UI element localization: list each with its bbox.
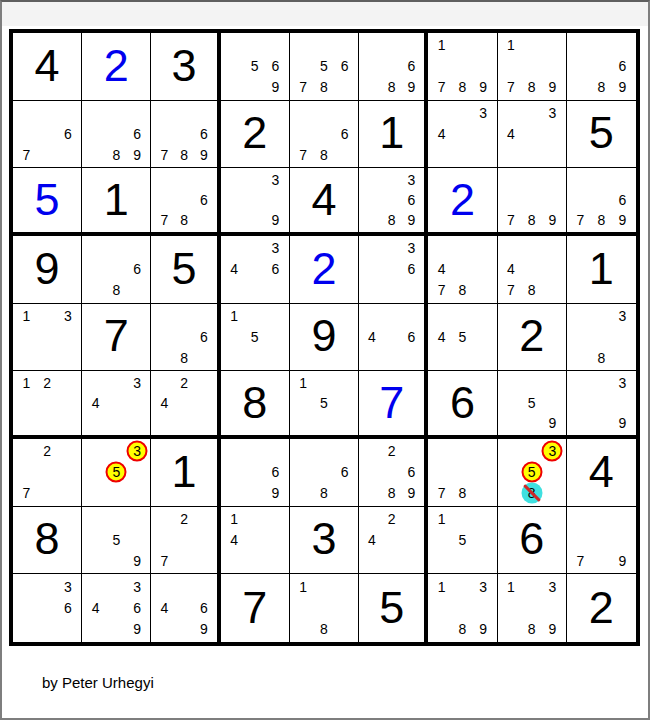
candidate-slot [501,56,522,77]
candidate-digit: 8 [597,351,605,365]
candidate-digit: 3 [133,444,141,458]
candidate-digit: 1 [22,309,30,323]
cell-r3c1[interactable]: 5 [13,168,82,236]
candidate-digit: 6 [272,465,280,479]
cell-r1c8[interactable]: 1789 [498,33,567,101]
candidate-slot [570,509,591,530]
candidate-digit: 5 [528,465,536,479]
candidate-slot [57,373,78,393]
candidate-digit: 6 [200,330,208,344]
candidate-slot [362,238,382,259]
cell-r6c9[interactable]: 39 [567,371,636,439]
cell-r2c1[interactable]: 67 [13,101,82,169]
candidate-slot: 7 [16,483,37,504]
candidate-slot [431,441,452,462]
candidate-digit: 8 [597,213,605,227]
candidate-slot [37,576,58,597]
candidate-slot: 1 [431,509,452,530]
candidate-slot: 7 [431,77,452,98]
candidate-slot [85,238,106,259]
candidate-slot [542,259,563,280]
cell-r9c1[interactable]: 36 [13,574,82,642]
entered-digit: 2 [104,43,129,88]
candidate-slot [174,598,194,619]
candidate-slot [127,280,148,301]
given-digit: 4 [589,449,614,494]
candidate-slot [265,550,286,571]
candidate-slot: 8 [174,347,194,368]
candidate-digit: 7 [438,283,446,297]
candidate-slot [473,509,494,530]
candidate-slot [473,259,494,280]
candidate-digit: 4 [438,127,446,141]
cell-r7c8[interactable]: 358 [498,439,567,507]
candidate-digit: 3 [64,309,72,323]
cell-r8c2[interactable]: 59 [82,507,151,575]
candidate-slot [501,238,522,259]
cell-r6c8[interactable]: 59 [498,371,567,439]
candidate-slot: 1 [431,576,452,597]
candidate-digit: 8 [320,80,328,94]
candidate-slot: 3 [612,306,633,327]
cell-r4c1[interactable]: 9 [13,236,82,304]
candidate-slot [224,56,245,77]
cell-r1c7[interactable]: 1789 [428,33,497,101]
candidate-slot [570,306,591,327]
candidate-slot: 8 [591,210,612,230]
cell-r9c2[interactable]: 3469 [82,574,151,642]
cell-r1c9[interactable]: 689 [567,33,636,101]
candidate-slot [521,576,542,597]
cell-r9c8[interactable]: 1389 [498,574,567,642]
candidate-slot [265,509,286,530]
candidate-slot [57,441,78,462]
candidate-grid: 689 [359,33,424,100]
candidate-digit: 9 [200,148,208,162]
candidate-slot [570,56,591,77]
candidate-slot: 1 [224,306,245,327]
candidate-digit: 5 [112,533,120,547]
candidate-grid: 78 [428,439,496,506]
candidate-slot [154,413,174,433]
cell-r8c1[interactable]: 8 [13,507,82,575]
candidate-grid: 36 [13,574,81,642]
candidate-slot [362,35,382,56]
candidate-grid: 3469 [82,574,150,642]
cell-r1c5[interactable]: 5678 [290,33,359,101]
candidate-slot [106,238,127,259]
cell-r5c2[interactable]: 7 [82,304,151,372]
candidate-slot: 1 [16,373,37,393]
candidate-slot [362,306,382,327]
cell-r2c2[interactable]: 689 [82,101,151,169]
candidate-slot [224,327,245,348]
candidate-grid: 6789 [151,101,216,168]
candidate-slot [382,259,402,280]
candidate-slot [224,280,245,301]
candidate-slot: 6 [194,190,214,210]
candidate-slot: 7 [16,144,37,165]
candidate-slot [37,598,58,619]
candidate-digit: 3 [272,173,280,187]
cell-r9c9[interactable]: 2 [567,574,636,642]
candidate-slot [542,35,563,56]
candidate-slot: 5 [452,530,473,551]
candidate-slot [57,103,78,124]
candidate-digit: 1 [507,38,515,52]
cell-r5c1[interactable]: 13 [13,304,82,372]
cell-r3c3[interactable]: 678 [151,168,220,236]
cell-r3c4[interactable]: 39 [221,168,290,236]
candidate-slot: 5 [244,327,265,348]
candidate-slot [473,124,494,145]
cell-r5c5[interactable]: 9 [290,304,359,372]
candidate-slot: 6 [127,259,148,280]
cell-r3c6[interactable]: 3689 [359,168,428,236]
candidate-slot [570,327,591,348]
cell-r3c2[interactable]: 1 [82,168,151,236]
candidate-digit: 3 [619,376,627,390]
cell-r9c7[interactable]: 1389 [428,574,497,642]
candidate-slot: 1 [224,509,245,530]
candidate-slot: 9 [542,619,563,640]
candidate-slot: 6 [194,327,214,348]
candidate-slot [612,35,633,56]
candidate-slot: 7 [431,280,452,301]
candidate-digit: 8 [597,80,605,94]
cell-r3c5[interactable]: 4 [290,168,359,236]
candidate-slot [37,144,58,165]
candidate-slot [224,190,245,210]
cell-r1c1[interactable]: 4 [13,33,82,101]
cell-r5c6[interactable]: 46 [359,304,428,372]
candidate-digit: 4 [92,396,100,410]
candidate-digit: 6 [133,127,141,141]
cell-r8c5[interactable]: 3 [290,507,359,575]
candidate-slot: 3 [473,576,494,597]
cell-r2c7[interactable]: 34 [428,101,497,169]
cell-r8c3[interactable]: 27 [151,507,220,575]
candidate-grid: 39 [567,371,636,435]
candidate-slot [174,530,194,551]
cell-r7c9[interactable]: 4 [567,439,636,507]
candidate-digit: 6 [200,127,208,141]
candidate-digit: 5 [320,59,328,73]
candidate-grid: 689 [82,101,150,168]
candidate-slot: 7 [431,483,452,504]
candidate-slot [570,190,591,210]
candidate-slot [106,124,127,145]
cell-r7c6[interactable]: 2689 [359,439,428,507]
candidate-slot: 7 [501,210,522,230]
candidate-slot [591,190,612,210]
candidate-slot [154,190,174,210]
candidate-slot: 5 [521,462,542,483]
cell-r5c3[interactable]: 68 [151,304,220,372]
candidate-slot [127,393,148,413]
candidate-slot [362,347,382,368]
candidate-slot [154,373,174,393]
entered-digit: 2 [311,246,336,291]
cell-r4c8[interactable]: 478 [498,236,567,304]
window-frame: 4235695678689178917896896768967892678134… [0,0,650,720]
candidate-slot [570,393,591,413]
candidate-digit: 6 [272,262,280,276]
candidate-grid: 46 [359,304,424,371]
cell-r6c1[interactable]: 12 [13,371,82,439]
candidate-slot [542,170,563,190]
cell-r9c4[interactable]: 7 [221,574,290,642]
candidate-digit: 2 [43,444,51,458]
candidate-slot [244,550,265,571]
candidate-digit: 5 [528,396,536,410]
candidate-slot [591,550,612,571]
cell-r5c7[interactable]: 45 [428,304,497,372]
candidate-slot [293,598,314,619]
cell-r2c4[interactable]: 2 [221,101,290,169]
cell-r9c3[interactable]: 469 [151,574,220,642]
candidate-slot: 4 [431,259,452,280]
candidate-slot [612,170,633,190]
cell-r4c9[interactable]: 1 [567,236,636,304]
candidate-digit: 3 [64,580,72,594]
candidate-slot: 6 [194,124,214,145]
given-digit: 2 [589,585,614,630]
cell-r7c2[interactable]: 35 [82,439,151,507]
candidate-slot: 4 [431,124,452,145]
candidate-slot [334,598,355,619]
candidate-slot: 7 [501,280,522,301]
candidate-digit: 4 [230,533,238,547]
given-digit: 1 [172,449,197,494]
candidate-digit: 7 [160,554,168,568]
cell-r2c3[interactable]: 6789 [151,101,220,169]
cell-r8c9[interactable]: 79 [567,507,636,575]
candidate-slot: 2 [174,373,194,393]
candidate-slot: 3 [542,576,563,597]
candidate-slot [106,598,127,619]
candidate-digit: 8 [320,486,328,500]
cell-r6c2[interactable]: 34 [82,371,151,439]
candidate-slot: 8 [106,144,127,165]
cell-r2c6[interactable]: 1 [359,101,428,169]
candidate-slot [382,347,402,368]
candidate-slot [244,462,265,483]
candidate-digit: 8 [180,148,188,162]
candidate-slot [501,103,522,124]
candidate-slot [591,413,612,433]
candidate-digit: 5 [320,396,328,410]
candidate-grid: 27 [151,507,216,574]
candidate-digit: 1 [299,580,307,594]
candidate-slot: 3 [542,103,563,124]
cell-r8c4[interactable]: 14 [221,507,290,575]
candidate-slot: 8 [382,483,402,504]
cell-r6c3[interactable]: 24 [151,371,220,439]
cell-r5c4[interactable]: 15 [221,304,290,372]
cell-r4c2[interactable]: 68 [82,236,151,304]
candidate-slot: 7 [293,77,314,98]
candidate-slot [154,509,174,530]
candidate-slot [431,306,452,327]
candidate-slot [314,124,335,145]
candidate-slot: 1 [501,576,522,597]
given-digit: 9 [311,313,336,358]
cell-r1c2[interactable]: 2 [82,33,151,101]
candidate-slot [521,35,542,56]
candidate-digit: 1 [438,38,446,52]
cell-r4c6[interactable]: 36 [359,236,428,304]
cell-r4c5[interactable]: 2 [290,236,359,304]
cell-r5c9[interactable]: 38 [567,304,636,372]
candidate-slot [501,393,522,413]
cell-r8c7[interactable]: 15 [428,507,497,575]
candidate-slot [334,483,355,504]
candidate-slot [293,393,314,413]
candidate-digit: 6 [133,601,141,615]
cell-r1c6[interactable]: 689 [359,33,428,101]
candidate-digit: 6 [619,193,627,207]
candidate-digit: 4 [160,601,168,615]
cell-r1c3[interactable]: 3 [151,33,220,101]
cell-r3c7[interactable]: 2 [428,168,497,236]
candidate-digit: 7 [438,486,446,500]
candidate-slot: 6 [402,190,422,210]
cell-r4c4[interactable]: 346 [221,236,290,304]
given-digit: 5 [589,110,614,155]
candidate-slot [85,144,106,165]
candidate-slot [224,550,245,571]
candidate-slot [57,347,78,368]
candidate-digit: 2 [180,376,188,390]
cell-r6c6[interactable]: 7 [359,371,428,439]
candidate-digit: 7 [299,80,307,94]
candidate-slot: 3 [127,441,148,462]
cell-r4c3[interactable]: 5 [151,236,220,304]
candidate-slot [16,103,37,124]
cell-r1c4[interactable]: 569 [221,33,290,101]
candidate-slot: 6 [265,56,286,77]
candidate-slot: 2 [37,373,58,393]
candidate-slot [501,170,522,190]
candidate-grid: 69 [221,439,289,506]
candidate-slot: 6 [57,124,78,145]
candidate-slot [37,327,58,348]
candidate-slot: 9 [542,77,563,98]
given-digit: 9 [35,246,60,291]
cell-r7c7[interactable]: 78 [428,439,497,507]
candidate-digit: 8 [180,351,188,365]
candidate-slot [542,373,563,393]
candidate-slot [362,280,382,301]
candidate-slot [174,124,194,145]
candidate-slot [402,441,422,462]
candidate-digit: 6 [133,262,141,276]
candidate-slot [542,144,563,165]
cell-r6c4[interactable]: 8 [221,371,290,439]
candidate-digit: 4 [160,396,168,410]
sudoku-board: 4235695678689178917896896768967892678134… [9,29,640,646]
candidate-digit: 6 [341,127,349,141]
given-digit: 1 [589,246,614,291]
candidate-digit: 5 [459,330,467,344]
candidate-slot [224,170,245,190]
cell-r7c5[interactable]: 68 [290,439,359,507]
candidate-slot: 2 [174,509,194,530]
candidate-digit: 9 [479,622,487,636]
candidate-slot [293,441,314,462]
candidate-slot [570,347,591,368]
candidate-digit: 6 [341,465,349,479]
cell-r7c3[interactable]: 1 [151,439,220,507]
candidate-digit: 1 [230,309,238,323]
candidate-slot [57,144,78,165]
candidate-slot: 6 [265,462,286,483]
cell-r5c8[interactable]: 2 [498,304,567,372]
candidate-grid: 15 [290,371,358,435]
candidate-slot [57,327,78,348]
candidate-grid: 1789 [498,33,566,100]
cell-r8c8[interactable]: 6 [498,507,567,575]
candidate-slot [265,35,286,56]
candidate-grid: 45 [428,304,496,371]
candidate-slot [293,619,314,640]
candidate-slot [106,509,127,530]
candidate-slot [265,441,286,462]
candidate-slot [194,170,214,190]
candidate-slot [452,259,473,280]
cell-r8c6[interactable]: 24 [359,507,428,575]
candidate-digit: 9 [272,80,280,94]
candidate-digit: 2 [43,376,51,390]
candidate-digit: 8 [388,80,396,94]
cell-r7c4[interactable]: 69 [221,439,290,507]
candidate-slot [362,170,382,190]
candidate-grid: 24 [359,507,424,574]
cell-r3c8[interactable]: 789 [498,168,567,236]
candidate-slot [402,280,422,301]
candidate-grid: 469 [151,574,216,642]
candidate-slot [612,509,633,530]
entered-digit: 2 [450,177,475,222]
candidate-slot [402,35,422,56]
candidate-slot [85,509,106,530]
candidate-slot [16,576,37,597]
cell-r4c7[interactable]: 478 [428,236,497,304]
candidate-slot [542,190,563,210]
candidate-digit: 4 [368,330,376,344]
cell-r6c5[interactable]: 15 [290,371,359,439]
cell-r9c5[interactable]: 18 [290,574,359,642]
candidate-slot: 6 [334,56,355,77]
candidate-digit: 9 [272,213,280,227]
candidate-slot: 8 [314,144,335,165]
cell-r3c9[interactable]: 6789 [567,168,636,236]
candidate-slot [473,306,494,327]
candidate-slot [154,347,174,368]
candidate-slot [382,306,402,327]
candidate-slot [244,280,265,301]
cell-r6c7[interactable]: 6 [428,371,497,439]
cell-r2c8[interactable]: 34 [498,101,567,169]
cell-r2c9[interactable]: 5 [567,101,636,169]
candidate-slot: 9 [612,550,633,571]
cell-r7c1[interactable]: 27 [13,439,82,507]
cell-r9c6[interactable]: 5 [359,574,428,642]
given-digit: 7 [104,313,129,358]
given-digit: 3 [172,43,197,88]
cell-r2c5[interactable]: 678 [290,101,359,169]
